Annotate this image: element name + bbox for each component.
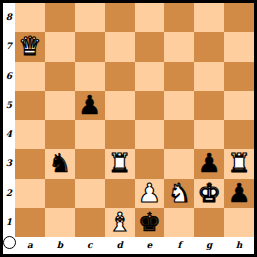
square-c8[interactable] — [75, 3, 105, 32]
square-d8[interactable] — [105, 3, 135, 32]
file-label-h: h — [224, 237, 254, 254]
square-a4[interactable] — [15, 120, 45, 149]
square-f4[interactable] — [164, 120, 194, 149]
file-label-e: e — [135, 237, 165, 254]
square-b3[interactable]: ♞ — [45, 149, 75, 178]
rank-label-4: 4 — [3, 120, 15, 149]
square-e1[interactable]: ♚ — [135, 208, 165, 237]
square-a5[interactable] — [15, 91, 45, 120]
square-c5[interactable]: ♟ — [75, 91, 105, 120]
square-b8[interactable] — [45, 3, 75, 32]
square-f8[interactable] — [164, 3, 194, 32]
rank-label-8: 8 — [3, 3, 15, 32]
square-c7[interactable] — [75, 32, 105, 61]
square-f5[interactable] — [164, 91, 194, 120]
piece-black-king[interactable]: ♚ — [138, 208, 161, 237]
square-g4[interactable] — [194, 120, 224, 149]
file-label-d: d — [105, 237, 135, 254]
square-d3[interactable]: ♜ — [105, 149, 135, 178]
square-h6[interactable] — [224, 62, 254, 91]
square-g5[interactable] — [194, 91, 224, 120]
square-e8[interactable] — [135, 3, 165, 32]
diagram-inner: ♛♟♞♜♟♜♟♞♚♟♝♚ 87654321 abcdefgh — [3, 3, 254, 254]
square-d6[interactable] — [105, 62, 135, 91]
square-f6[interactable] — [164, 62, 194, 91]
piece-white-knight[interactable]: ♞ — [168, 179, 191, 208]
square-f2[interactable]: ♞ — [164, 179, 194, 208]
square-g8[interactable] — [194, 3, 224, 32]
rank-labels: 87654321 — [3, 3, 15, 237]
chess-diagram: ♛♟♞♜♟♜♟♞♚♟♝♚ 87654321 abcdefgh — [0, 0, 257, 257]
piece-black-knight[interactable]: ♞ — [48, 149, 71, 178]
rank-label-2: 2 — [3, 179, 15, 208]
file-label-g: g — [194, 237, 224, 254]
square-h3[interactable]: ♜ — [224, 149, 254, 178]
square-f7[interactable] — [164, 32, 194, 61]
piece-white-rook[interactable]: ♜ — [108, 149, 131, 178]
square-g7[interactable] — [194, 32, 224, 61]
square-a6[interactable] — [15, 62, 45, 91]
square-g3[interactable]: ♟ — [194, 149, 224, 178]
square-a3[interactable] — [15, 149, 45, 178]
square-d4[interactable] — [105, 120, 135, 149]
file-labels: abcdefgh — [15, 237, 254, 254]
square-g2[interactable]: ♚ — [194, 179, 224, 208]
square-h4[interactable] — [224, 120, 254, 149]
square-h7[interactable] — [224, 32, 254, 61]
square-h5[interactable] — [224, 91, 254, 120]
square-d5[interactable] — [105, 91, 135, 120]
square-e3[interactable] — [135, 149, 165, 178]
piece-white-bishop[interactable]: ♝ — [108, 208, 131, 237]
square-b2[interactable] — [45, 179, 75, 208]
square-c3[interactable] — [75, 149, 105, 178]
square-b6[interactable] — [45, 62, 75, 91]
piece-white-pawn[interactable]: ♟ — [138, 179, 161, 208]
file-label-f: f — [164, 237, 194, 254]
rank-label-5: 5 — [3, 91, 15, 120]
file-label-c: c — [75, 237, 105, 254]
square-b1[interactable] — [45, 208, 75, 237]
square-e5[interactable] — [135, 91, 165, 120]
square-h2[interactable]: ♟ — [224, 179, 254, 208]
square-a1[interactable] — [15, 208, 45, 237]
square-b4[interactable] — [45, 120, 75, 149]
square-d7[interactable] — [105, 32, 135, 61]
piece-white-queen[interactable]: ♛ — [18, 32, 41, 61]
side-to-move-indicator — [3, 236, 16, 249]
piece-black-pawn[interactable]: ♟ — [227, 179, 250, 208]
file-label-a: a — [15, 237, 45, 254]
square-e4[interactable] — [135, 120, 165, 149]
rank-label-1: 1 — [3, 208, 15, 237]
square-b5[interactable] — [45, 91, 75, 120]
square-a7[interactable]: ♛ — [15, 32, 45, 61]
piece-white-rook[interactable]: ♜ — [227, 149, 250, 178]
square-e6[interactable] — [135, 62, 165, 91]
rank-label-7: 7 — [3, 32, 15, 61]
square-h1[interactable] — [224, 208, 254, 237]
square-f3[interactable] — [164, 149, 194, 178]
piece-black-pawn[interactable]: ♟ — [198, 149, 221, 178]
square-c4[interactable] — [75, 120, 105, 149]
square-e7[interactable] — [135, 32, 165, 61]
square-g6[interactable] — [194, 62, 224, 91]
square-c2[interactable] — [75, 179, 105, 208]
rank-label-6: 6 — [3, 62, 15, 91]
chess-board: ♛♟♞♜♟♜♟♞♚♟♝♚ — [15, 3, 254, 237]
file-label-b: b — [45, 237, 75, 254]
square-d2[interactable] — [105, 179, 135, 208]
square-c1[interactable] — [75, 208, 105, 237]
piece-black-pawn[interactable]: ♟ — [78, 91, 101, 120]
rank-label-3: 3 — [3, 149, 15, 178]
square-f1[interactable] — [164, 208, 194, 237]
square-e2[interactable]: ♟ — [135, 179, 165, 208]
square-h8[interactable] — [224, 3, 254, 32]
square-a8[interactable] — [15, 3, 45, 32]
square-g1[interactable] — [194, 208, 224, 237]
square-d1[interactable]: ♝ — [105, 208, 135, 237]
square-b7[interactable] — [45, 32, 75, 61]
square-a2[interactable] — [15, 179, 45, 208]
square-c6[interactable] — [75, 62, 105, 91]
piece-white-king[interactable]: ♚ — [198, 179, 221, 208]
